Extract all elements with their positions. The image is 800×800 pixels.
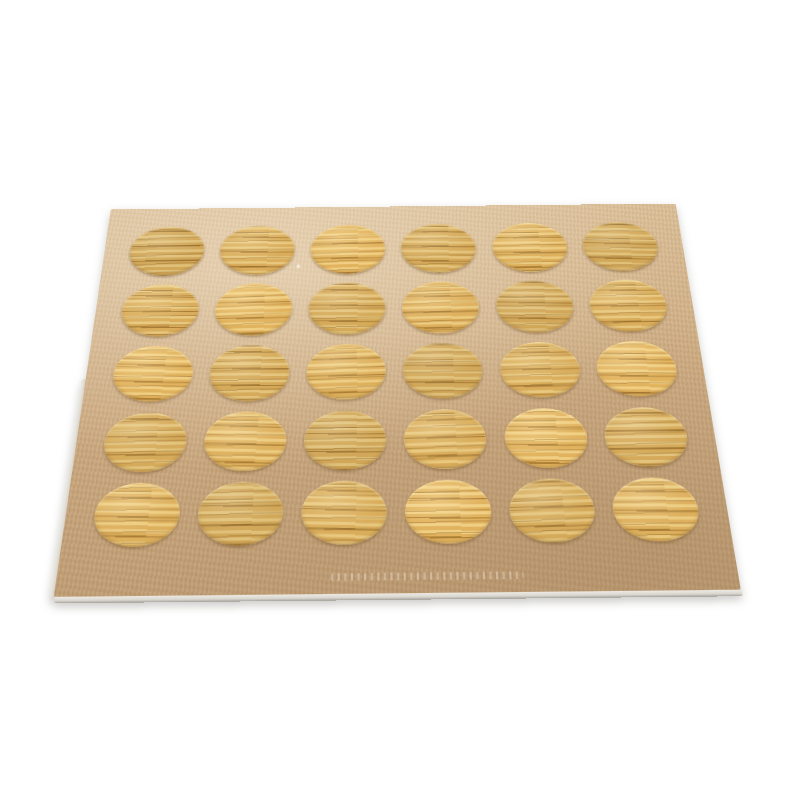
embossed-text-strip [331,571,524,581]
screw-cover-cap [208,345,291,402]
screw-cover-cap [300,480,388,545]
screw-cover-cap [495,281,576,334]
sheet-edge-bottom [54,590,743,604]
screw-cover-cap [127,226,206,277]
screw-cover-cap [196,481,285,547]
screw-cover-cap [490,222,569,272]
screw-cover-cap [214,282,293,337]
sheet-edge-left [49,379,86,600]
screw-cover-cap [303,410,387,471]
screw-cover-cap [218,226,296,275]
screw-cover-cap [403,343,484,399]
kraft-backing-sheet [54,204,741,597]
sheet-perspective-wrapper [85,166,705,596]
screw-cover-cap [601,406,692,468]
product-photo [0,0,800,800]
caps-grid [90,222,703,548]
screw-cover-cap [581,222,661,272]
screw-cover-cap [90,482,184,547]
screw-cover-cap [109,346,196,403]
screw-cover-cap [405,479,493,544]
screw-cover-cap [609,477,703,541]
screw-cover-cap [308,283,386,335]
screw-cover-cap [201,411,289,472]
screw-cover-cap [402,281,482,335]
screw-cover-cap [586,279,671,333]
screw-cover-cap [403,408,489,470]
screw-cover-cap [311,224,387,275]
screw-cover-cap [506,477,599,544]
screw-cover-cap [100,411,189,472]
screw-cover-cap [118,284,201,337]
screw-cover-cap [594,341,680,397]
screw-cover-cap [401,224,477,273]
screw-cover-cap [503,408,590,468]
screw-cover-cap [307,343,388,401]
screw-cover-cap [498,341,583,399]
